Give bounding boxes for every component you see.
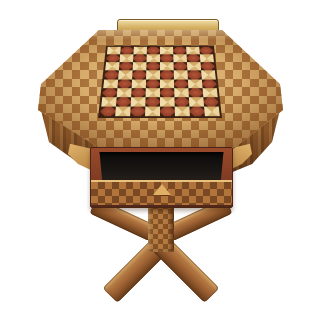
square-f7 [173,54,187,62]
square-a2 [101,97,116,106]
square-c1 [130,106,145,116]
square-b2 [116,97,131,106]
square-e8 [160,47,173,55]
chessboard-area [98,25,222,118]
square-e7 [160,54,173,62]
square-b8 [120,47,134,55]
square-h7 [200,54,214,62]
square-e1 [160,106,175,116]
square-e5 [160,71,174,80]
square-e2 [160,97,175,106]
square-a8 [107,47,121,55]
drawer-felt-lining [97,152,226,181]
square-e4 [160,79,174,88]
square-h8 [199,47,213,55]
square-g5 [187,71,201,80]
square-h6 [200,62,214,70]
square-a3 [102,88,117,97]
chess-table-photo [0,0,320,320]
square-b4 [117,79,132,88]
square-f2 [174,97,189,106]
square-c3 [131,88,146,97]
square-b5 [118,71,132,80]
square-g3 [188,88,203,97]
square-g7 [187,54,201,62]
square-f5 [174,71,188,80]
square-f8 [173,47,186,55]
square-c7 [133,54,147,62]
square-f1 [175,106,190,116]
square-e3 [160,88,174,97]
square-c6 [133,62,147,70]
pedestal-column [148,204,174,252]
square-h2 [203,97,218,106]
square-c2 [131,97,146,106]
drawer-front [91,180,232,207]
square-a5 [104,71,119,80]
square-d8 [147,47,160,55]
square-g4 [188,79,203,88]
drawer-pull-triangle [153,184,171,195]
square-b3 [117,88,132,97]
square-h4 [202,79,217,88]
square-g2 [189,97,204,106]
square-f6 [173,62,187,70]
square-c5 [132,71,146,80]
square-d3 [146,88,160,97]
square-g8 [186,47,200,55]
square-b6 [119,62,133,70]
square-h3 [203,88,218,97]
square-d4 [146,79,160,88]
square-d5 [146,71,160,80]
square-c4 [132,79,146,88]
square-d1 [145,106,160,116]
drawer [90,147,233,208]
square-a6 [105,62,119,70]
square-h1 [204,106,220,116]
square-a1 [100,106,116,116]
square-d6 [146,62,160,70]
square-d7 [147,54,160,62]
square-f3 [174,88,189,97]
square-b7 [120,54,134,62]
square-c8 [133,47,146,55]
chessboard [98,45,222,118]
square-h5 [201,71,216,80]
square-f4 [174,79,188,88]
square-a4 [103,79,118,88]
square-a7 [106,54,120,62]
square-g1 [189,106,204,116]
square-e6 [160,62,174,70]
square-b1 [115,106,130,116]
square-d2 [145,97,160,106]
square-g6 [187,62,201,70]
